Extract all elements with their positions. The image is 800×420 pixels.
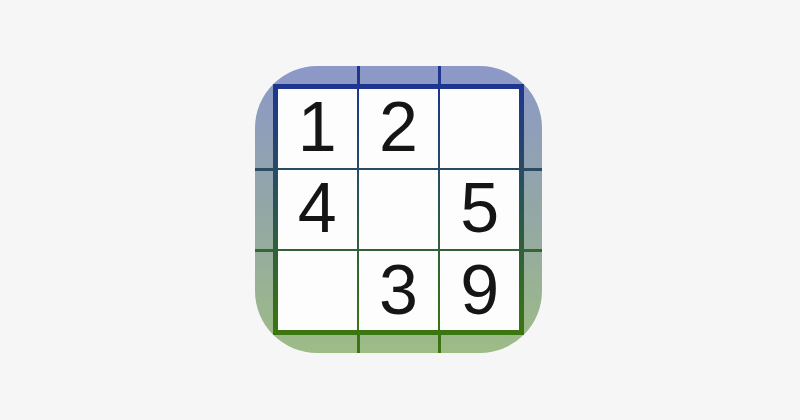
sudoku-grid: 1 2 4 5 3 9 [273,84,524,335]
sudoku-cell-r3c1 [278,251,357,330]
sudoku-cell-r1c3 [440,89,519,168]
sudoku-cell-r2c3: 5 [440,170,519,249]
sudoku-cell-r1c2: 2 [359,89,438,168]
sudoku-app-icon[interactable]: 1 2 4 5 3 9 [255,66,542,353]
cell-digit: 5 [460,173,499,243]
cell-digit: 1 [298,92,337,162]
cell-digit: 2 [379,92,418,162]
cell-digit: 9 [460,255,499,325]
sudoku-cell-r3c3: 9 [440,251,519,330]
cell-digit: 3 [379,255,418,325]
sudoku-cell-r2c2 [359,170,438,249]
sudoku-cell-r1c1: 1 [278,89,357,168]
screenshot-background: 1 2 4 5 3 9 [0,0,800,420]
cell-digit: 4 [298,173,337,243]
sudoku-cell-r3c2: 3 [359,251,438,330]
sudoku-cell-r2c1: 4 [278,170,357,249]
